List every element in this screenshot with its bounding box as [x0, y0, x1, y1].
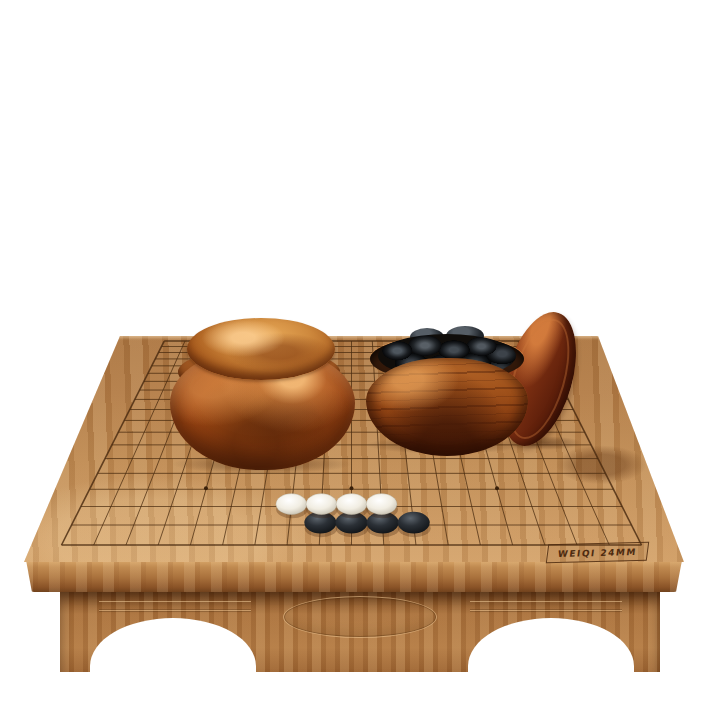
- stand-arch-cutout-right: [468, 618, 634, 678]
- wooden-stand: [60, 590, 660, 672]
- stone-bowl-closed[interactable]: [170, 318, 355, 470]
- stand-groove-left: [99, 601, 251, 611]
- engraved-label: WEIQI 24MM: [546, 542, 649, 564]
- stand-groove-right: [470, 601, 622, 611]
- bowl-lid: [187, 318, 335, 380]
- black-stone-bowl-open[interactable]: [366, 332, 528, 456]
- label-text: WEIQI 24MM: [557, 546, 637, 558]
- stand-oval-ornament: [283, 596, 437, 638]
- stand-arch-cutout-left: [90, 618, 256, 678]
- board-front-edge: [22, 560, 686, 592]
- go-set-product-photo: WEIQI 24MM: [0, 0, 720, 720]
